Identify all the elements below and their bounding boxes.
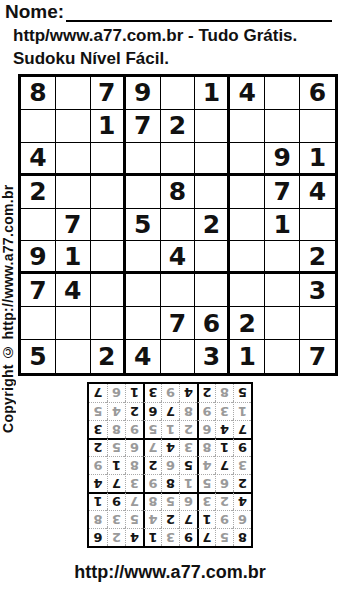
solution-cell-r9c8: 6 [107, 384, 125, 402]
puzzle-cell-r3c4[interactable] [126, 143, 161, 176]
puzzle-cell-r8c4[interactable] [126, 307, 161, 340]
puzzle-cell-r9c7[interactable]: 1 [230, 340, 265, 373]
solution-cell-r5c9: 9 [89, 456, 107, 474]
puzzle-cell-r7c2[interactable]: 4 [56, 274, 91, 307]
puzzle-cell-r1c3[interactable]: 7 [91, 77, 126, 110]
puzzle-cell-r9c8[interactable] [265, 340, 300, 373]
puzzle-cell-r2c7[interactable] [230, 110, 265, 143]
solution-cell-r8c1: 1 [233, 402, 251, 420]
solution-cell-r9c5: 9 [161, 384, 179, 402]
puzzle-cell-r6c9[interactable]: 2 [300, 241, 335, 274]
puzzle-cell-r5c2[interactable]: 7 [56, 209, 91, 242]
solution-cell-r4c5: 8 [161, 474, 179, 492]
puzzle-cell-r2c1[interactable] [21, 110, 56, 143]
solution-cell-r6c1: 9 [233, 438, 251, 456]
puzzle-cell-r9c6[interactable]: 3 [195, 340, 230, 373]
puzzle-cell-r2c4[interactable]: 7 [126, 110, 161, 143]
puzzle-cell-r3c1[interactable]: 4 [21, 143, 56, 176]
puzzle-cell-r8c6[interactable]: 6 [195, 307, 230, 340]
solution-cell-r2c5: 2 [161, 510, 179, 528]
puzzle-cell-r1c1[interactable]: 8 [21, 77, 56, 110]
solution-cell-r3c2: 2 [215, 492, 233, 510]
puzzle-cell-r8c9[interactable] [300, 307, 335, 340]
puzzle-cell-r2c6[interactable] [195, 110, 230, 143]
solution-cell-r7c1: 7 [233, 420, 251, 438]
puzzle-cell-r3c5[interactable] [161, 143, 196, 176]
solution-cell-r5c4: 5 [179, 456, 197, 474]
solution-cell-r8c6: 6 [143, 402, 161, 420]
solution-cell-r6c9: 2 [89, 438, 107, 456]
solution-cell-r4c7: 3 [125, 474, 143, 492]
puzzle-cell-r6c1[interactable]: 9 [21, 241, 56, 274]
puzzle-cell-r3c9[interactable]: 1 [300, 143, 335, 176]
solution-cell-r3c3: 3 [197, 492, 215, 510]
solution-cell-r9c7: 1 [125, 384, 143, 402]
puzzle-cell-r8c3[interactable] [91, 307, 126, 340]
solution-cell-r4c2: 6 [215, 474, 233, 492]
solution-cell-r9c3: 2 [197, 384, 215, 402]
puzzle-cell-r4c2[interactable] [56, 176, 91, 209]
solution-cell-r2c2: 9 [215, 510, 233, 528]
name-line: Nome: [5, 2, 332, 22]
puzzle-cell-r2c9[interactable] [300, 110, 335, 143]
solution-cell-r6c7: 6 [125, 438, 143, 456]
solution-cell-r8c8: 4 [107, 402, 125, 420]
puzzle-cell-r3c8[interactable]: 9 [265, 143, 300, 176]
sudoku-puzzle-grid: 879146172491287475219142743762524317 [18, 74, 338, 376]
solution-cell-r1c1: 8 [233, 528, 251, 546]
puzzle-cell-r1c9[interactable]: 6 [300, 77, 335, 110]
site-header: http/www.a77.com.br - Tudo Grátis. [13, 26, 297, 46]
solution-cell-r2c6: 4 [143, 510, 161, 528]
solution-cell-r9c1: 5 [233, 384, 251, 402]
solution-cell-r2c8: 3 [107, 510, 125, 528]
puzzle-cell-r4c6[interactable] [195, 176, 230, 209]
puzzle-cell-r1c2[interactable] [56, 77, 91, 110]
puzzle-cell-r8c2[interactable] [56, 307, 91, 340]
puzzle-cell-r9c4[interactable]: 4 [126, 340, 161, 373]
puzzle-cell-r4c3[interactable] [91, 176, 126, 209]
puzzle-cell-r2c5[interactable]: 2 [161, 110, 196, 143]
puzzle-cell-r5c8[interactable]: 1 [265, 209, 300, 242]
puzzle-cell-r7c6[interactable] [195, 274, 230, 307]
puzzle-cell-r6c3[interactable] [91, 241, 126, 274]
puzzle-cell-r9c3[interactable]: 2 [91, 340, 126, 373]
solution-cell-r6c5: 4 [161, 438, 179, 456]
puzzle-cell-r7c3[interactable] [91, 274, 126, 307]
puzzle-cell-r6c8[interactable] [265, 241, 300, 274]
solution-cell-r8c3: 9 [197, 402, 215, 420]
solution-cell-r7c4: 2 [179, 420, 197, 438]
solution-cell-r4c3: 5 [197, 474, 215, 492]
puzzle-cell-r9c1[interactable]: 5 [21, 340, 56, 373]
puzzle-cell-r9c5[interactable] [161, 340, 196, 373]
puzzle-cell-r4c4[interactable] [126, 176, 161, 209]
solution-cell-r7c8: 8 [107, 420, 125, 438]
puzzle-cell-r8c8[interactable] [265, 307, 300, 340]
solution-cell-r5c3: 4 [197, 456, 215, 474]
solution-cell-r2c3: 1 [197, 510, 215, 528]
solution-cell-r3c5: 5 [161, 492, 179, 510]
puzzle-cell-r9c9[interactable]: 7 [300, 340, 335, 373]
puzzle-cell-r8c5[interactable]: 7 [161, 307, 196, 340]
solution-cell-r3c9: 1 [89, 492, 107, 510]
solution-cell-r7c2: 4 [215, 420, 233, 438]
puzzle-cell-r7c7[interactable] [230, 274, 265, 307]
puzzle-cell-r4c7[interactable] [230, 176, 265, 209]
solution-cell-r5c8: 1 [107, 456, 125, 474]
puzzle-cell-r5c5[interactable] [161, 209, 196, 242]
puzzle-cell-r2c3[interactable]: 1 [91, 110, 126, 143]
solution-cell-r3c1: 4 [233, 492, 251, 510]
puzzle-level-title: Sudoku Nível Fácil. [13, 49, 169, 69]
puzzle-cell-r8c7[interactable]: 2 [230, 307, 265, 340]
puzzle-cell-r4c8[interactable]: 7 [265, 176, 300, 209]
solution-cell-r1c4: 9 [179, 528, 197, 546]
solution-cell-r8c2: 3 [215, 402, 233, 420]
solution-cell-r1c3: 7 [197, 528, 215, 546]
solution-cell-r6c2: 1 [215, 438, 233, 456]
solution-cell-r5c5: 6 [161, 456, 179, 474]
puzzle-cell-r6c2[interactable]: 1 [56, 241, 91, 274]
solution-cell-r3c6: 8 [143, 492, 161, 510]
puzzle-cell-r5c1[interactable] [21, 209, 56, 242]
solution-cell-r8c9: 5 [89, 402, 107, 420]
solution-cell-r5c6: 2 [143, 456, 161, 474]
solution-cell-r1c6: 1 [143, 528, 161, 546]
solution-cell-r9c2: 8 [215, 384, 233, 402]
solution-cell-r3c8: 9 [107, 492, 125, 510]
puzzle-cell-r6c7[interactable] [230, 241, 265, 274]
solution-cell-r5c2: 7 [215, 456, 233, 474]
puzzle-cell-r6c4[interactable] [126, 241, 161, 274]
puzzle-cell-r4c5[interactable]: 8 [161, 176, 196, 209]
solution-cell-r8c4: 8 [179, 402, 197, 420]
puzzle-cell-r6c5[interactable]: 4 [161, 241, 196, 274]
solution-cell-r6c3: 8 [197, 438, 215, 456]
puzzle-cell-r8c1[interactable] [21, 307, 56, 340]
solution-cell-r7c3: 6 [197, 420, 215, 438]
solution-cell-r8c5: 7 [161, 402, 179, 420]
solution-cell-r3c4: 6 [179, 492, 197, 510]
puzzle-cell-r3c2[interactable] [56, 143, 91, 176]
puzzle-cell-r7c9[interactable]: 3 [300, 274, 335, 307]
solution-cell-r4c8: 7 [107, 474, 125, 492]
puzzle-cell-r4c1[interactable]: 2 [21, 176, 56, 209]
puzzle-cell-r3c7[interactable] [230, 143, 265, 176]
puzzle-cell-r9c2[interactable] [56, 340, 91, 373]
solution-cell-r7c9: 3 [89, 420, 107, 438]
solution-cell-r4c9: 4 [89, 474, 107, 492]
name-blank-line[interactable] [66, 2, 332, 22]
solution-cell-r6c6: 7 [143, 438, 161, 456]
puzzle-cell-r2c8[interactable] [265, 110, 300, 143]
solution-cell-r7c7: 9 [125, 420, 143, 438]
footer-url: http://www.a77.com.br [0, 562, 340, 583]
puzzle-cell-r1c5[interactable] [161, 77, 196, 110]
solution-cell-r6c8: 5 [107, 438, 125, 456]
puzzle-cell-r1c4[interactable]: 9 [126, 77, 161, 110]
puzzle-cell-r7c1[interactable]: 7 [21, 274, 56, 307]
solution-cell-r7c5: 1 [161, 420, 179, 438]
copyright-text: Copyright © http://www.a77.com.br [0, 88, 18, 433]
puzzle-cell-r3c3[interactable] [91, 143, 126, 176]
sudoku-sheet: Nome: http/www.a77.com.br - Tudo Grátis.… [0, 0, 340, 596]
solution-cell-r4c4: 1 [179, 474, 197, 492]
puzzle-cell-r1c8[interactable] [265, 77, 300, 110]
puzzle-cell-r2c2[interactable] [56, 110, 91, 143]
solution-cell-r6c4: 3 [179, 438, 197, 456]
puzzle-cell-r5c6[interactable]: 2 [195, 209, 230, 242]
solution-cell-r9c6: 3 [143, 384, 161, 402]
solution-cell-r1c8: 2 [107, 528, 125, 546]
puzzle-cell-r5c4[interactable]: 5 [126, 209, 161, 242]
solution-cell-r4c6: 9 [143, 474, 161, 492]
puzzle-cell-r3c6[interactable] [195, 143, 230, 176]
solution-cell-r4c1: 2 [233, 474, 251, 492]
puzzle-cell-r1c7[interactable]: 4 [230, 77, 265, 110]
puzzle-cell-r7c5[interactable] [161, 274, 196, 307]
sudoku-solution-grid-upside-down: 8579314266917245384236587912651893743745… [87, 382, 253, 548]
solution-cell-r5c1: 3 [233, 456, 251, 474]
solution-cell-r8c7: 2 [125, 402, 143, 420]
solution-cell-r1c5: 3 [161, 528, 179, 546]
solution-cell-r9c4: 4 [179, 384, 197, 402]
solution-cell-r9c9: 7 [89, 384, 107, 402]
solution-cell-r2c9: 8 [89, 510, 107, 528]
puzzle-cell-r6c6[interactable] [195, 241, 230, 274]
solution-cell-r1c7: 4 [125, 528, 143, 546]
solution-cell-r5c7: 8 [125, 456, 143, 474]
solution-cell-r1c9: 6 [89, 528, 107, 546]
solution-cell-r7c6: 5 [143, 420, 161, 438]
puzzle-cell-r5c7[interactable] [230, 209, 265, 242]
puzzle-cell-r7c4[interactable] [126, 274, 161, 307]
puzzle-cell-r4c9[interactable]: 4 [300, 176, 335, 209]
puzzle-cell-r5c3[interactable] [91, 209, 126, 242]
puzzle-cell-r7c8[interactable] [265, 274, 300, 307]
puzzle-cell-r1c6[interactable]: 1 [195, 77, 230, 110]
solution-cell-r2c1: 6 [233, 510, 251, 528]
solution-cell-r2c4: 7 [179, 510, 197, 528]
solution-cell-r1c2: 5 [215, 528, 233, 546]
puzzle-cell-r5c9[interactable] [300, 209, 335, 242]
solution-cell-r3c7: 7 [125, 492, 143, 510]
name-label: Nome: [5, 2, 64, 22]
solution-cell-r2c7: 5 [125, 510, 143, 528]
